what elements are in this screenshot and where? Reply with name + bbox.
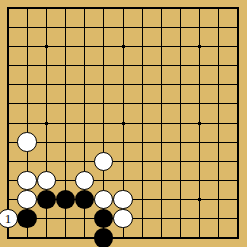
white-stone: [17, 132, 36, 151]
black-stone: [94, 228, 113, 247]
white-stone: [113, 209, 132, 228]
black-stone: [56, 190, 75, 209]
move-1-stone: 1: [0, 209, 18, 228]
move-number-label: 1: [5, 212, 12, 225]
go-board: 1: [0, 0, 247, 247]
white-stone: [94, 152, 113, 171]
white-stone: [94, 190, 113, 209]
white-stone: [113, 190, 132, 209]
white-stone: [17, 190, 36, 209]
white-stone: [17, 171, 36, 190]
black-stone: [37, 190, 56, 209]
stones-grid: 1: [0, 0, 247, 247]
black-stone: [94, 209, 113, 228]
white-stone: [37, 171, 56, 190]
white-stone: [75, 171, 94, 190]
black-stone: [17, 209, 36, 228]
black-stone: [75, 190, 94, 209]
